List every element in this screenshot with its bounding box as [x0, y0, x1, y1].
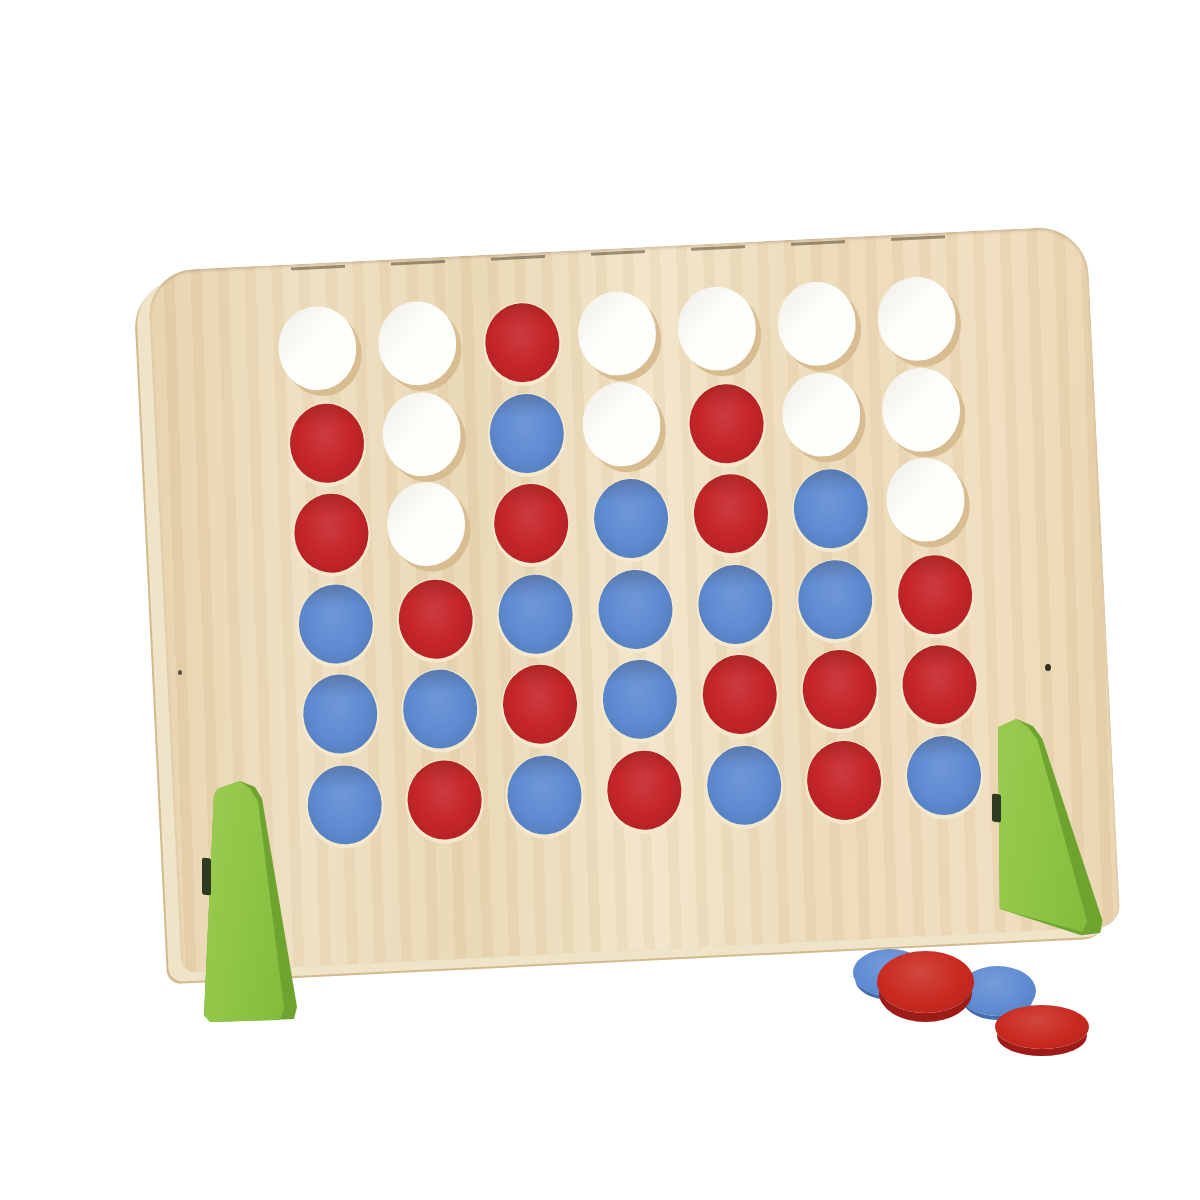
cell-c5-r2[interactable]: ● — [686, 381, 768, 469]
cell-c1-r1[interactable] — [282, 310, 364, 398]
cell-c2-r4[interactable]: ● — [395, 577, 477, 665]
cell-c7-r3[interactable] — [890, 462, 972, 550]
cell-c7-r5[interactable]: ● — [899, 643, 981, 731]
cell-c3-r4[interactable]: ● — [495, 572, 577, 660]
cell-c6-r4[interactable]: ● — [794, 557, 876, 645]
wood-speck — [178, 670, 182, 675]
hole-empty — [885, 371, 967, 459]
hole-empty — [785, 376, 867, 464]
cell-c6-r5[interactable]: ● — [799, 647, 881, 735]
cell-c5-r6[interactable]: ● — [703, 743, 785, 831]
cell-c2-r3[interactable] — [390, 486, 472, 574]
cell-c5-r3[interactable]: ● — [690, 472, 772, 560]
product-photo-scene: ●●●●●●●●●●●●●●●●●●●●●●●●●●●●●● ●●●● — [0, 0, 1200, 1200]
cell-c2-r6[interactable]: ● — [404, 757, 486, 845]
top-drop-slots[interactable] — [268, 234, 967, 271]
hole-empty — [881, 281, 963, 369]
cell-c6-r1[interactable] — [781, 286, 863, 374]
cell-c6-r6[interactable]: ● — [803, 738, 885, 826]
cell-c3-r1[interactable]: ● — [481, 301, 563, 389]
hole-empty — [390, 486, 472, 574]
cell-c1-r2[interactable]: ● — [286, 401, 368, 489]
cell-c4-r5[interactable]: ● — [599, 657, 681, 745]
cell-c4-r2[interactable] — [586, 386, 668, 474]
cell-c2-r1[interactable] — [382, 305, 464, 393]
right-stand-foot — [988, 718, 1106, 948]
hole-empty — [382, 305, 464, 393]
loose-red-disc-front-right[interactable]: ● — [995, 1005, 1089, 1049]
cell-c4-r6[interactable]: ● — [603, 748, 685, 836]
hole-empty — [586, 386, 668, 474]
hole-empty — [781, 286, 863, 374]
hole-empty — [581, 296, 663, 384]
cell-c3-r2[interactable]: ● — [486, 391, 568, 479]
cell-c7-r6[interactable]: ● — [903, 733, 985, 821]
left-foot-slot-notch — [202, 857, 211, 895]
cell-c7-r2[interactable] — [885, 371, 967, 459]
board-grid: ●●●●●●●●●●●●●●●●●●●●●●●●●●●●●● — [271, 277, 997, 854]
right-foot-slot-notch — [992, 793, 1001, 822]
cell-c5-r4[interactable]: ● — [694, 562, 776, 650]
hole-empty — [386, 396, 468, 484]
cell-c1-r3[interactable]: ● — [291, 491, 373, 579]
hole-empty — [890, 462, 972, 550]
cell-c3-r6[interactable]: ● — [504, 753, 586, 841]
cell-c1-r5[interactable]: ● — [299, 672, 381, 760]
hole-empty — [681, 291, 763, 379]
cell-c7-r4[interactable]: ● — [894, 552, 976, 640]
cell-c4-r4[interactable]: ● — [595, 567, 677, 655]
cell-c2-r5[interactable]: ● — [399, 667, 481, 755]
cell-c4-r1[interactable] — [581, 296, 663, 384]
cell-c6-r3[interactable]: ● — [790, 467, 872, 555]
cell-c6-r2[interactable] — [785, 376, 867, 464]
cell-c1-r6[interactable]: ● — [304, 762, 386, 850]
cell-c3-r5[interactable]: ● — [499, 662, 581, 750]
cell-c5-r5[interactable]: ● — [699, 652, 781, 740]
wood-speck — [1045, 664, 1051, 671]
cell-c7-r1[interactable] — [881, 281, 963, 369]
left-stand-foot — [200, 779, 300, 1025]
cell-c3-r3[interactable]: ● — [490, 481, 572, 569]
cell-c1-r4[interactable]: ● — [295, 581, 377, 669]
cell-c4-r3[interactable]: ● — [590, 476, 672, 564]
cell-c5-r1[interactable] — [681, 291, 763, 379]
hole-empty — [282, 310, 364, 398]
loose-red-disc-center-on-top[interactable]: ● — [877, 951, 974, 1013]
cell-c2-r2[interactable] — [386, 396, 468, 484]
